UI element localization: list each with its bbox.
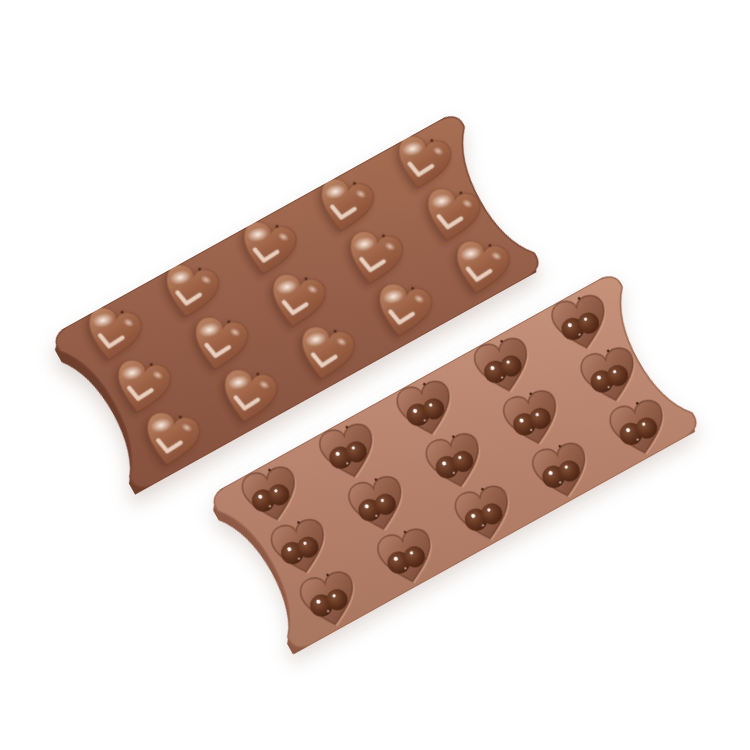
product-photo-stage (0, 0, 750, 750)
